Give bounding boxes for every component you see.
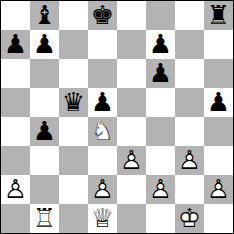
white-king-piece[interactable]: ♚♔ <box>175 204 204 233</box>
square-d3[interactable] <box>88 146 117 175</box>
square-d4[interactable]: ♞♘ <box>88 117 117 146</box>
white-pawn-icon: ♙ <box>91 175 114 204</box>
black-pawn-icon[interactable]: ♟ <box>146 30 175 59</box>
square-b2[interactable] <box>30 175 59 204</box>
black-rook-icon[interactable]: ♜ <box>204 1 233 30</box>
square-c6[interactable] <box>59 59 88 88</box>
white-pawn-icon: ♙ <box>4 175 27 204</box>
square-c8[interactable] <box>59 1 88 30</box>
square-f5[interactable] <box>146 88 175 117</box>
square-a8[interactable] <box>1 1 30 30</box>
black-king-icon[interactable]: ♚ <box>88 1 117 30</box>
square-h5[interactable]: ♟ <box>204 88 233 117</box>
white-pawn-icon: ♙ <box>207 175 230 204</box>
white-pawn-icon: ♙ <box>120 146 143 175</box>
square-a1[interactable] <box>1 204 30 233</box>
white-pawn-piece[interactable]: ♟♙ <box>117 146 146 175</box>
black-pawn-icon[interactable]: ♟ <box>88 88 117 117</box>
square-e4[interactable] <box>117 117 146 146</box>
square-f4[interactable] <box>146 117 175 146</box>
square-g5[interactable] <box>175 88 204 117</box>
black-pawn-icon[interactable]: ♟ <box>146 59 175 88</box>
square-c5[interactable]: ♛ <box>59 88 88 117</box>
square-d2[interactable]: ♟♙ <box>88 175 117 204</box>
square-d8[interactable]: ♚ <box>88 1 117 30</box>
black-pawn-icon[interactable]: ♟ <box>30 30 59 59</box>
white-pawn-piece[interactable]: ♟♙ <box>204 175 233 204</box>
square-g8[interactable] <box>175 1 204 30</box>
square-f2[interactable]: ♟♙ <box>146 175 175 204</box>
square-c4[interactable] <box>59 117 88 146</box>
white-king-icon: ♔ <box>178 204 201 233</box>
white-rook-icon: ♖ <box>33 204 56 233</box>
square-e7[interactable] <box>117 30 146 59</box>
square-b4[interactable]: ♟ <box>30 117 59 146</box>
white-rook-piece[interactable]: ♜♖ <box>30 204 59 233</box>
black-queen-icon[interactable]: ♛ <box>59 88 88 117</box>
square-h8[interactable]: ♜ <box>204 1 233 30</box>
square-d1[interactable]: ♛♕ <box>88 204 117 233</box>
square-b8[interactable]: ♝ <box>30 1 59 30</box>
square-e6[interactable] <box>117 59 146 88</box>
square-b7[interactable]: ♟ <box>30 30 59 59</box>
square-f6[interactable]: ♟ <box>146 59 175 88</box>
white-pawn-icon: ♙ <box>178 146 201 175</box>
square-c2[interactable] <box>59 175 88 204</box>
square-e3[interactable]: ♟♙ <box>117 146 146 175</box>
square-c7[interactable] <box>59 30 88 59</box>
square-c1[interactable] <box>59 204 88 233</box>
black-bishop-icon[interactable]: ♝ <box>30 1 59 30</box>
white-queen-piece[interactable]: ♛♕ <box>88 204 117 233</box>
white-pawn-piece[interactable]: ♟♙ <box>1 175 30 204</box>
white-pawn-piece[interactable]: ♟♙ <box>146 175 175 204</box>
square-g1[interactable]: ♚♔ <box>175 204 204 233</box>
white-pawn-piece[interactable]: ♟♙ <box>88 175 117 204</box>
white-pawn-icon: ♙ <box>149 175 172 204</box>
square-c3[interactable] <box>59 146 88 175</box>
square-g6[interactable] <box>175 59 204 88</box>
square-h3[interactable] <box>204 146 233 175</box>
square-d5[interactable]: ♟ <box>88 88 117 117</box>
square-a2[interactable]: ♟♙ <box>1 175 30 204</box>
square-a4[interactable] <box>1 117 30 146</box>
square-g4[interactable] <box>175 117 204 146</box>
square-b3[interactable] <box>30 146 59 175</box>
black-pawn-icon[interactable]: ♟ <box>30 117 59 146</box>
square-b5[interactable] <box>30 88 59 117</box>
square-d7[interactable] <box>88 30 117 59</box>
square-g3[interactable]: ♟♙ <box>175 146 204 175</box>
square-g2[interactable] <box>175 175 204 204</box>
white-knight-icon: ♘ <box>91 117 114 146</box>
square-e1[interactable] <box>117 204 146 233</box>
square-b6[interactable] <box>30 59 59 88</box>
square-h7[interactable] <box>204 30 233 59</box>
square-a5[interactable] <box>1 88 30 117</box>
square-a6[interactable] <box>1 59 30 88</box>
square-e8[interactable] <box>117 1 146 30</box>
white-knight-piece[interactable]: ♞♘ <box>88 117 117 146</box>
square-f7[interactable]: ♟ <box>146 30 175 59</box>
square-h2[interactable]: ♟♙ <box>204 175 233 204</box>
white-queen-icon: ♕ <box>91 204 114 233</box>
white-pawn-piece[interactable]: ♟♙ <box>175 146 204 175</box>
black-pawn-icon[interactable]: ♟ <box>1 30 30 59</box>
square-f1[interactable] <box>146 204 175 233</box>
square-d6[interactable] <box>88 59 117 88</box>
square-g7[interactable] <box>175 30 204 59</box>
square-a7[interactable]: ♟ <box>1 30 30 59</box>
square-e5[interactable] <box>117 88 146 117</box>
square-f3[interactable] <box>146 146 175 175</box>
chess-board: ♝♚♜♟♟♟♟♛♟♟♟♞♘♟♙♟♙♟♙♟♙♟♙♟♙♜♖♛♕♚♔ <box>0 0 234 234</box>
square-b1[interactable]: ♜♖ <box>30 204 59 233</box>
square-a3[interactable] <box>1 146 30 175</box>
square-h1[interactable] <box>204 204 233 233</box>
square-h6[interactable] <box>204 59 233 88</box>
square-e2[interactable] <box>117 175 146 204</box>
square-f8[interactable] <box>146 1 175 30</box>
square-h4[interactable] <box>204 117 233 146</box>
black-pawn-icon[interactable]: ♟ <box>204 88 233 117</box>
